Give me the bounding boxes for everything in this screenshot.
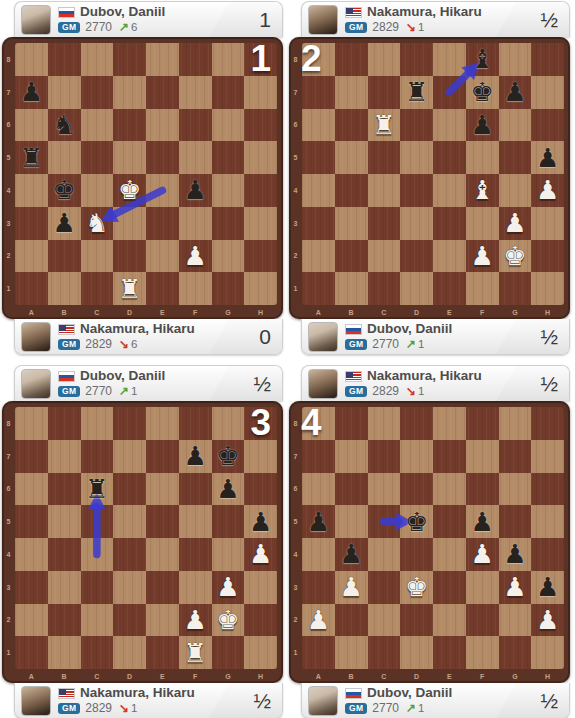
- rank-label-8: 8: [2, 407, 15, 440]
- score-box: ½: [496, 683, 569, 718]
- player-info: Dubov, Daniil GM 2770 ↗ 1: [345, 686, 452, 715]
- board-number: 1: [240, 37, 281, 80]
- board-squares: ♝♜♚♟♜♟♟♝♟♟♟♚: [302, 43, 564, 305]
- black-pawn-f7[interactable]: ♟: [179, 440, 212, 473]
- player-bar-bottom[interactable]: Dubov, Daniil GM 2770 ↗ 1 ½: [301, 319, 570, 355]
- rank-label-5: 5: [289, 141, 302, 174]
- player-avatar: [21, 686, 51, 716]
- rank-label-8: 8: [2, 43, 15, 76]
- player-name: Dubov, Daniil: [80, 5, 165, 20]
- file-label-c: C: [368, 305, 401, 319]
- file-label-c: C: [368, 669, 401, 683]
- white-king-g2[interactable]: ♚: [212, 604, 245, 637]
- file-label-a: A: [302, 669, 335, 683]
- player-avatar: [308, 5, 338, 35]
- white-pawn-g3[interactable]: ♟: [212, 571, 245, 604]
- rating-trend-value: 1: [418, 338, 424, 351]
- rank-label-2: 2: [2, 604, 15, 637]
- white-pawn-b3[interactable]: ♟: [335, 571, 368, 604]
- black-pawn-b4[interactable]: ♟: [335, 538, 368, 571]
- white-king-d3[interactable]: ♚: [400, 571, 433, 604]
- rating-trend-value: 1: [418, 702, 424, 715]
- flag-icon: [345, 324, 362, 335]
- black-pawn-h5[interactable]: ♟: [244, 505, 277, 538]
- player-name: Dubov, Daniil: [367, 322, 452, 337]
- file-label-b: B: [335, 669, 368, 683]
- chess-board[interactable]: ♟♚♟♟♟♟♟♚♟♟♟♟ 87654321 ABCDEFGH 4: [289, 401, 570, 683]
- rank-label-7: 7: [2, 440, 15, 473]
- rank-labels: 87654321: [289, 43, 302, 305]
- gm-title-badge: GM: [345, 703, 367, 714]
- white-pawn-h4[interactable]: ♟: [531, 174, 564, 207]
- black-pawn-f4[interactable]: ♟: [179, 174, 212, 207]
- rating-trend-arrow-icon: ↘: [119, 338, 129, 351]
- player-avatar: [308, 686, 338, 716]
- player-info: Nakamura, Hikaru GM 2829 ↘ 1: [58, 686, 195, 715]
- file-label-b: B: [48, 305, 81, 319]
- score-value: ½: [540, 372, 558, 396]
- player-bar-bottom[interactable]: Nakamura, Hikaru GM 2829 ↘ 1 ½: [14, 683, 283, 718]
- chess-board[interactable]: ♟♚♜♟♟♟♟♟♚♜ 87654321 ABCDEFGH 3: [2, 401, 283, 683]
- rank-label-3: 3: [2, 571, 15, 604]
- rating-trend-arrow-icon: ↗: [406, 702, 416, 715]
- player-rating: 2770: [372, 338, 399, 351]
- file-label-b: B: [48, 669, 81, 683]
- board-number: 2: [291, 37, 332, 80]
- player-name: Dubov, Daniil: [367, 686, 452, 701]
- player-rating: 2829: [372, 385, 399, 398]
- file-label-d: D: [113, 305, 146, 319]
- rating-trend-arrow-icon: ↘: [406, 21, 416, 34]
- file-label-f: F: [466, 305, 499, 319]
- file-labels: ABCDEFGH: [15, 305, 277, 319]
- rank-label-5: 5: [289, 505, 302, 538]
- white-pawn-h2[interactable]: ♟: [531, 604, 564, 637]
- rating-trend-arrow-icon: ↗: [119, 21, 129, 34]
- file-label-b: B: [335, 305, 368, 319]
- score-value: 1: [259, 8, 271, 32]
- file-labels: ABCDEFGH: [15, 669, 277, 683]
- file-labels: ABCDEFGH: [302, 669, 564, 683]
- rank-label-3: 3: [289, 207, 302, 240]
- chess-board[interactable]: ♝♜♚♟♜♟♟♝♟♟♟♚ 87654321 ABCDEFGH 2: [289, 37, 570, 319]
- player-rating: 2770: [85, 21, 112, 34]
- player-name: Nakamura, Hikaru: [367, 369, 482, 384]
- board-squares: ♟♚♜♟♟♟♟♟♚♜: [15, 407, 277, 669]
- black-king-b4[interactable]: ♚: [48, 174, 81, 207]
- broadcast-multiboard-page: Dubov, Daniil GM 2770 ↗ 6 1 ♟♞♜♚♚♟♟♞♟♜ 8…: [0, 0, 575, 718]
- rank-labels: 87654321: [2, 43, 15, 305]
- player-rating: 2770: [372, 702, 399, 715]
- file-label-g: G: [212, 305, 245, 319]
- flag-icon: [58, 7, 75, 18]
- white-rook-f1[interactable]: ♜: [179, 636, 212, 669]
- rank-label-6: 6: [2, 473, 15, 506]
- white-pawn-a2[interactable]: ♟: [302, 604, 335, 637]
- game-card-1: Dubov, Daniil GM 2770 ↗ 6 1 ♟♞♜♚♚♟♟♞♟♜ 8…: [2, 1, 283, 355]
- player-name: Nakamura, Hikaru: [367, 5, 482, 20]
- gm-title-badge: GM: [345, 22, 367, 33]
- player-info: Dubov, Daniil GM 2770 ↗ 1: [58, 369, 165, 398]
- file-label-e: E: [146, 305, 179, 319]
- rank-label-1: 1: [2, 272, 15, 305]
- gm-title-badge: GM: [58, 386, 80, 397]
- player-avatar: [21, 369, 51, 399]
- black-king-f7[interactable]: ♚: [466, 76, 499, 109]
- black-pawn-g7[interactable]: ♟: [499, 76, 532, 109]
- file-label-h: H: [244, 669, 277, 683]
- black-rook-a5[interactable]: ♜: [15, 141, 48, 174]
- file-label-d: D: [113, 669, 146, 683]
- black-rook-c6[interactable]: ♜: [81, 473, 114, 506]
- file-label-e: E: [433, 669, 466, 683]
- gm-title-badge: GM: [345, 339, 367, 350]
- piece-layer: ♟♞♜♚♚♟♟♞♟♜: [15, 43, 277, 305]
- black-king-d5[interactable]: ♚: [400, 505, 433, 538]
- score-box: ½: [496, 319, 569, 354]
- rank-label-6: 6: [289, 473, 302, 506]
- player-bar-bottom[interactable]: Dubov, Daniil GM 2770 ↗ 1 ½: [301, 683, 570, 718]
- rank-label-3: 3: [2, 207, 15, 240]
- score-box: 1: [209, 2, 282, 37]
- rank-label-5: 5: [2, 505, 15, 538]
- rank-labels: 87654321: [2, 407, 15, 669]
- black-pawn-g6[interactable]: ♟: [212, 473, 245, 506]
- rank-label-6: 6: [289, 109, 302, 142]
- player-bar-top[interactable]: Dubov, Daniil GM 2770 ↗ 6 1: [14, 1, 283, 37]
- rating-trend-value: 1: [418, 21, 424, 34]
- black-pawn-a7[interactable]: ♟: [15, 76, 48, 109]
- white-rook-c6[interactable]: ♜: [368, 109, 401, 142]
- gm-title-badge: GM: [58, 703, 80, 714]
- rating-trend-arrow-icon: ↗: [406, 338, 416, 351]
- flag-icon: [345, 371, 362, 382]
- gm-title-badge: GM: [58, 22, 80, 33]
- board-squares: ♟♚♟♟♟♟♟♚♟♟♟♟: [302, 407, 564, 669]
- rank-label-7: 7: [2, 76, 15, 109]
- board-number: 4: [291, 401, 332, 444]
- score-value: ½: [540, 8, 558, 32]
- player-name: Nakamura, Hikaru: [80, 322, 195, 337]
- file-label-h: H: [531, 669, 564, 683]
- file-label-f: F: [466, 669, 499, 683]
- rank-label-6: 6: [2, 109, 15, 142]
- rating-trend-value: 1: [131, 702, 137, 715]
- board-number: 3: [240, 401, 281, 444]
- rank-label-2: 2: [289, 240, 302, 273]
- game-card-4: Nakamura, Hikaru GM 2829 ↘ 1 ½ ♟♚♟♟♟♟♟♚♟…: [289, 365, 570, 718]
- rank-label-5: 5: [2, 141, 15, 174]
- file-labels: ABCDEFGH: [302, 305, 564, 319]
- black-rook-d7[interactable]: ♜: [400, 76, 433, 109]
- player-rating: 2829: [85, 338, 112, 351]
- white-bishop-f4[interactable]: ♝: [466, 174, 499, 207]
- file-label-d: D: [400, 305, 433, 319]
- file-label-g: G: [499, 669, 532, 683]
- black-pawn-a5[interactable]: ♟: [302, 505, 335, 538]
- rank-label-7: 7: [289, 440, 302, 473]
- score-value: ½: [253, 689, 271, 713]
- player-info: Dubov, Daniil GM 2770 ↗ 6: [58, 5, 165, 34]
- player-avatar: [21, 5, 51, 35]
- white-rook-d1[interactable]: ♜: [113, 272, 146, 305]
- file-label-f: F: [179, 669, 212, 683]
- player-avatar: [308, 322, 338, 352]
- white-pawn-g3[interactable]: ♟: [499, 207, 532, 240]
- black-king-g7[interactable]: ♚: [212, 440, 245, 473]
- rank-label-4: 4: [2, 174, 15, 207]
- black-pawn-f6[interactable]: ♟: [466, 109, 499, 142]
- piece-layer: ♟♚♜♟♟♟♟♟♚♜: [15, 407, 277, 669]
- rating-trend-value: 1: [418, 385, 424, 398]
- rank-label-4: 4: [2, 538, 15, 571]
- player-rating: 2829: [85, 702, 112, 715]
- file-label-a: A: [15, 669, 48, 683]
- player-name: Dubov, Daniil: [80, 369, 165, 384]
- player-name: Nakamura, Hikaru: [80, 686, 195, 701]
- score-box: ½: [209, 683, 282, 718]
- gm-title-badge: GM: [58, 339, 80, 350]
- file-label-g: G: [499, 305, 532, 319]
- white-king-d4[interactable]: ♚: [113, 174, 146, 207]
- rank-label-7: 7: [289, 76, 302, 109]
- flag-icon: [345, 688, 362, 699]
- board-cards-grid: Dubov, Daniil GM 2770 ↗ 6 1 ♟♞♜♚♚♟♟♞♟♜ 8…: [0, 0, 575, 718]
- score-value: ½: [540, 689, 558, 713]
- player-bar-top[interactable]: Nakamura, Hikaru GM 2829 ↘ 1 ½: [301, 1, 570, 37]
- rating-trend-value: 6: [131, 338, 137, 351]
- black-pawn-h5[interactable]: ♟: [531, 141, 564, 174]
- player-info: Nakamura, Hikaru GM 2829 ↘ 1: [345, 369, 482, 398]
- file-label-e: E: [146, 669, 179, 683]
- white-pawn-f2[interactable]: ♟: [466, 240, 499, 273]
- rank-label-1: 1: [289, 636, 302, 669]
- score-value: ½: [253, 372, 271, 396]
- black-pawn-g4[interactable]: ♟: [499, 538, 532, 571]
- file-label-h: H: [531, 305, 564, 319]
- score-box: 0: [209, 319, 282, 354]
- rank-label-2: 2: [2, 240, 15, 273]
- black-pawn-f5[interactable]: ♟: [466, 505, 499, 538]
- white-king-g2[interactable]: ♚: [499, 240, 532, 273]
- black-bishop-f8[interactable]: ♝: [466, 43, 499, 76]
- gm-title-badge: GM: [345, 386, 367, 397]
- score-box: ½: [496, 366, 569, 401]
- file-label-e: E: [433, 305, 466, 319]
- white-pawn-g3[interactable]: ♟: [499, 571, 532, 604]
- player-rating: 2770: [85, 385, 112, 398]
- score-value: ½: [540, 325, 558, 349]
- white-pawn-f2[interactable]: ♟: [179, 240, 212, 273]
- black-pawn-b3[interactable]: ♟: [48, 207, 81, 240]
- file-label-c: C: [81, 669, 114, 683]
- score-box: ½: [209, 366, 282, 401]
- score-box: ½: [496, 2, 569, 37]
- rank-label-1: 1: [289, 272, 302, 305]
- file-label-g: G: [212, 669, 245, 683]
- file-label-d: D: [400, 669, 433, 683]
- rating-trend-arrow-icon: ↘: [119, 702, 129, 715]
- white-pawn-h4[interactable]: ♟: [244, 538, 277, 571]
- rank-labels: 87654321: [289, 407, 302, 669]
- flag-icon: [58, 324, 75, 335]
- file-label-f: F: [179, 305, 212, 319]
- rank-label-4: 4: [289, 174, 302, 207]
- black-pawn-h3[interactable]: ♟: [531, 571, 564, 604]
- rank-label-2: 2: [289, 604, 302, 637]
- rank-label-3: 3: [289, 571, 302, 604]
- white-pawn-f4[interactable]: ♟: [466, 538, 499, 571]
- player-bar-top[interactable]: Dubov, Daniil GM 2770 ↗ 1 ½: [14, 365, 283, 401]
- player-info: Dubov, Daniil GM 2770 ↗ 1: [345, 322, 452, 351]
- player-rating: 2829: [372, 21, 399, 34]
- piece-layer: ♝♜♚♟♜♟♟♝♟♟♟♚: [302, 43, 564, 305]
- rank-label-4: 4: [289, 538, 302, 571]
- player-info: Nakamura, Hikaru GM 2829 ↘ 6: [58, 322, 195, 351]
- white-pawn-f2[interactable]: ♟: [179, 604, 212, 637]
- white-knight-c3[interactable]: ♞: [81, 207, 114, 240]
- file-label-a: A: [15, 305, 48, 319]
- board-squares: ♟♞♜♚♚♟♟♞♟♜: [15, 43, 277, 305]
- player-avatar: [308, 369, 338, 399]
- rating-trend-value: 6: [131, 21, 137, 34]
- file-label-a: A: [302, 305, 335, 319]
- chess-board[interactable]: ♟♞♜♚♚♟♟♞♟♜ 87654321 ABCDEFGH 1: [2, 37, 283, 319]
- game-card-3: Dubov, Daniil GM 2770 ↗ 1 ½ ♟♚♜♟♟♟♟♟♚♜ 8…: [2, 365, 283, 718]
- rating-trend-value: 1: [131, 385, 137, 398]
- player-bar-top[interactable]: Nakamura, Hikaru GM 2829 ↘ 1 ½: [301, 365, 570, 401]
- file-label-c: C: [81, 305, 114, 319]
- game-card-2: Nakamura, Hikaru GM 2829 ↘ 1 ½ ♝♜♚♟♜♟♟♝♟…: [289, 1, 570, 355]
- player-bar-bottom[interactable]: Nakamura, Hikaru GM 2829 ↘ 6 0: [14, 319, 283, 355]
- black-knight-b6[interactable]: ♞: [48, 109, 81, 142]
- flag-icon: [345, 7, 362, 18]
- flag-icon: [58, 688, 75, 699]
- rank-label-1: 1: [2, 636, 15, 669]
- score-value: 0: [259, 325, 271, 349]
- file-label-h: H: [244, 305, 277, 319]
- player-info: Nakamura, Hikaru GM 2829 ↘ 1: [345, 5, 482, 34]
- rating-trend-arrow-icon: ↗: [119, 385, 129, 398]
- piece-layer: ♟♚♟♟♟♟♟♚♟♟♟♟: [302, 407, 564, 669]
- rating-trend-arrow-icon: ↘: [406, 385, 416, 398]
- flag-icon: [58, 371, 75, 382]
- player-avatar: [21, 322, 51, 352]
